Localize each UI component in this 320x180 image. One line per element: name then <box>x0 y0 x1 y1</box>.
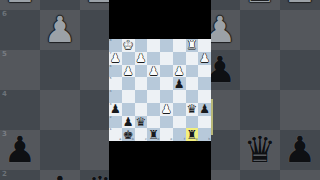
square-f4[interactable] <box>173 90 186 103</box>
bg-white-rook: ♜ <box>244 0 276 8</box>
bg-black-pawn: ♟ <box>284 132 316 168</box>
bg-square-h2 <box>280 170 320 180</box>
white-pawn[interactable]: ♟ <box>148 65 159 77</box>
square-f8[interactable] <box>173 39 186 52</box>
rank-label-1: 1 <box>110 128 112 131</box>
bg-square-b2: ♟ <box>40 170 80 180</box>
square-f6[interactable]: ♟ <box>173 65 186 78</box>
bg-black-queen: ♛ <box>244 132 276 168</box>
bg-square-h4 <box>280 90 320 130</box>
bg-square-a4: 4 <box>0 90 40 130</box>
square-a7[interactable]: 7♟ <box>109 52 122 65</box>
white-pawn[interactable]: ♟ <box>174 65 185 77</box>
square-d1[interactable]: d♜ <box>147 128 160 141</box>
bg-square-h3: ♟ <box>280 130 320 170</box>
square-f5[interactable]: ♟ <box>173 77 186 90</box>
black-queen[interactable]: ♛ <box>186 103 197 115</box>
square-d8[interactable] <box>147 39 160 52</box>
square-e1[interactable]: e <box>160 128 173 141</box>
square-a8[interactable]: 8 <box>109 39 122 52</box>
bg-square-a2: 2 <box>0 170 40 180</box>
square-a5[interactable]: 5 <box>109 77 122 90</box>
bg-square-b3 <box>40 130 80 170</box>
square-h5[interactable] <box>198 77 211 90</box>
black-pawn[interactable]: ♟ <box>123 116 134 128</box>
bg-square-a5: 5 <box>0 50 40 90</box>
white-king[interactable]: ♚ <box>123 39 134 51</box>
white-pawn[interactable]: ♟ <box>161 103 172 115</box>
square-h7[interactable]: ♟ <box>198 52 211 65</box>
black-queen[interactable]: ♛ <box>135 116 146 128</box>
bg-square-h7: ♟ <box>280 0 320 10</box>
square-a4[interactable]: 4 <box>109 90 122 103</box>
square-g1[interactable]: g♜ <box>186 128 199 141</box>
square-h3[interactable]: ♟ <box>198 103 211 116</box>
bg-square-h5 <box>280 50 320 90</box>
square-c8[interactable] <box>135 39 148 52</box>
bg-rank-label-6: 6 <box>2 11 7 18</box>
square-d7[interactable] <box>147 52 160 65</box>
white-rook[interactable]: ♜ <box>186 39 197 51</box>
square-c6[interactable] <box>135 65 148 78</box>
square-c3[interactable] <box>135 103 148 116</box>
file-label-h: h <box>208 138 210 141</box>
square-f3[interactable] <box>173 103 186 116</box>
square-c5[interactable] <box>135 77 148 90</box>
bg-white-pawn: ♟ <box>44 12 76 48</box>
bg-square-a3: 3♟ <box>0 130 40 170</box>
bg-rank-label-2: 2 <box>2 171 7 178</box>
square-b1[interactable]: b♚ <box>122 128 135 141</box>
rank-label-4: 4 <box>110 90 112 93</box>
white-pawn[interactable]: ♟ <box>135 52 146 64</box>
square-e6[interactable] <box>160 65 173 78</box>
bg-square-g5 <box>240 50 280 90</box>
rank-label-7: 7 <box>110 52 112 55</box>
square-d4[interactable] <box>147 90 160 103</box>
square-a1[interactable]: 1a <box>109 128 122 141</box>
square-c1[interactable]: c <box>135 128 148 141</box>
square-d3[interactable] <box>147 103 160 116</box>
rank-label-5: 5 <box>110 77 112 80</box>
bg-square-g2 <box>240 170 280 180</box>
bg-square-g3: ♛ <box>240 130 280 170</box>
square-c2[interactable]: ♛ <box>135 116 148 129</box>
bg-square-g7: ♜ <box>240 0 280 10</box>
square-a2[interactable]: 2 <box>109 116 122 129</box>
white-pawn[interactable]: ♟ <box>199 52 210 64</box>
bg-square-h6 <box>280 10 320 50</box>
square-g8[interactable]: ♜ <box>186 39 199 52</box>
bg-white-pawn: ♟ <box>4 0 36 8</box>
square-h6[interactable] <box>198 65 211 78</box>
square-g7[interactable] <box>186 52 199 65</box>
square-b7[interactable] <box>122 52 135 65</box>
square-b2[interactable]: ♟ <box>122 116 135 129</box>
black-pawn[interactable]: ♟ <box>174 78 185 90</box>
square-h8[interactable] <box>198 39 211 52</box>
bg-square-a7: ♟ <box>0 0 40 10</box>
square-h4[interactable] <box>198 90 211 103</box>
video-frame: ♟♟♜♟6♟♟5♟43♟♛♟2♟♛ 8♚♜7♟♟♟6♟♟♟5♟43♟♟♛♟2♟♛… <box>0 0 320 180</box>
rank-label-8: 8 <box>110 39 112 42</box>
bg-square-b5 <box>40 50 80 90</box>
bg-square-a6: 6 <box>0 10 40 50</box>
square-e8[interactable] <box>160 39 173 52</box>
chess-board[interactable]: 8♚♜7♟♟♟6♟♟♟5♟43♟♟♛♟2♟♛1ab♚cd♜efg♜h <box>109 39 211 141</box>
square-a6[interactable]: 6 <box>109 65 122 78</box>
letterbox-column: 8♚♜7♟♟♟6♟♟♟5♟43♟♟♛♟2♟♛1ab♚cd♜efg♜h <box>109 0 211 180</box>
square-g4[interactable] <box>186 90 199 103</box>
black-pawn[interactable]: ♟ <box>199 103 210 115</box>
bg-rank-label-4: 4 <box>2 91 7 98</box>
rank-label-6: 6 <box>110 65 112 68</box>
bg-square-b6: ♟ <box>40 10 80 50</box>
bg-black-pawn: ♟ <box>4 132 36 168</box>
bg-square-g6 <box>240 10 280 50</box>
bg-rank-label-5: 5 <box>2 51 7 58</box>
square-d2[interactable] <box>147 116 160 129</box>
black-pawn[interactable]: ♟ <box>110 103 121 115</box>
square-b5[interactable] <box>122 77 135 90</box>
square-b6[interactable]: ♟ <box>122 65 135 78</box>
square-b3[interactable] <box>122 103 135 116</box>
square-f1[interactable]: f <box>173 128 186 141</box>
square-f2[interactable] <box>173 116 186 129</box>
square-e3[interactable]: ♟ <box>160 103 173 116</box>
square-h1[interactable]: h <box>198 128 211 141</box>
bg-black-pawn: ♟ <box>44 172 76 180</box>
rank-label-2: 2 <box>110 116 112 119</box>
square-c4[interactable] <box>135 90 148 103</box>
square-c7[interactable]: ♟ <box>135 52 148 65</box>
square-b8[interactable]: ♚ <box>122 39 135 52</box>
square-e5[interactable] <box>160 77 173 90</box>
white-pawn[interactable]: ♟ <box>123 65 134 77</box>
square-g5[interactable] <box>186 77 199 90</box>
square-f7[interactable] <box>173 52 186 65</box>
bg-white-pawn: ♟ <box>284 0 316 8</box>
square-g3[interactable]: ♛ <box>186 103 199 116</box>
rank-label-3: 3 <box>110 103 112 106</box>
square-d5[interactable] <box>147 77 160 90</box>
square-a3[interactable]: 3♟ <box>109 103 122 116</box>
square-g2[interactable] <box>186 116 199 129</box>
white-pawn[interactable]: ♟ <box>110 52 121 64</box>
bg-rank-label-3: 3 <box>2 131 7 138</box>
square-e2[interactable] <box>160 116 173 129</box>
square-e7[interactable] <box>160 52 173 65</box>
square-g6[interactable] <box>186 65 199 78</box>
square-h2[interactable] <box>198 116 211 129</box>
square-b4[interactable] <box>122 90 135 103</box>
bg-square-b4 <box>40 90 80 130</box>
bg-square-g4 <box>240 90 280 130</box>
square-e4[interactable] <box>160 90 173 103</box>
square-d6[interactable]: ♟ <box>147 65 160 78</box>
